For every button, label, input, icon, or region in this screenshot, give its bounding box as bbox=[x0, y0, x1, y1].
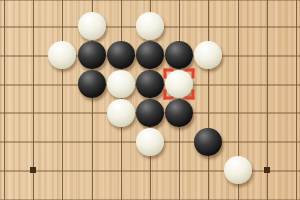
intersection-c4-r5[interactable] bbox=[106, 156, 135, 185]
black-stone bbox=[107, 41, 135, 69]
intersection-c8-r2[interactable] bbox=[223, 70, 252, 99]
intersection-c10-r3[interactable] bbox=[281, 98, 300, 127]
white-stone bbox=[136, 12, 164, 40]
black-stone bbox=[78, 70, 106, 98]
black-stone bbox=[194, 128, 222, 156]
intersection-c1-r6[interactable] bbox=[19, 185, 48, 200]
intersection-c9-r3[interactable] bbox=[252, 98, 281, 127]
intersection-c7-r2[interactable] bbox=[194, 70, 223, 99]
intersection-c0-r0[interactable] bbox=[0, 12, 19, 41]
intersection-c9-r2[interactable] bbox=[252, 70, 281, 99]
intersection-c9-r6[interactable] bbox=[252, 185, 281, 200]
intersection-c0-r6[interactable] bbox=[0, 185, 19, 200]
intersection-c8-r3[interactable] bbox=[223, 98, 252, 127]
black-stone bbox=[136, 99, 164, 127]
black-stone bbox=[136, 41, 164, 69]
intersection-c10-r1[interactable] bbox=[281, 41, 300, 70]
intersection-c6-r2[interactable] bbox=[165, 70, 194, 99]
white-stone bbox=[78, 12, 106, 40]
intersection-c2-r1[interactable] bbox=[48, 41, 77, 70]
intersection-c0-r5[interactable] bbox=[0, 156, 19, 185]
intersection-c7-r0[interactable] bbox=[194, 12, 223, 41]
intersection-c7-r5[interactable] bbox=[194, 156, 223, 185]
white-stone bbox=[107, 70, 135, 98]
intersection-c3-r3[interactable] bbox=[77, 98, 106, 127]
intersection-c6-r4[interactable] bbox=[165, 127, 194, 156]
intersection-c0-r1[interactable] bbox=[0, 41, 19, 70]
intersection-c8-r4[interactable] bbox=[223, 127, 252, 156]
intersection-c1-r5[interactable] bbox=[19, 156, 48, 185]
intersection-c2-r0[interactable] bbox=[48, 12, 77, 41]
intersection-c4-r2[interactable] bbox=[106, 70, 135, 99]
intersection-c5-r4[interactable] bbox=[135, 127, 164, 156]
intersection-c0-r4[interactable] bbox=[0, 127, 19, 156]
intersection-c4-r0[interactable] bbox=[106, 12, 135, 41]
intersection-c5-r6[interactable] bbox=[135, 185, 164, 200]
intersection-c10-r6[interactable] bbox=[281, 185, 300, 200]
star-point bbox=[264, 167, 270, 173]
intersection-c9-r5[interactable] bbox=[252, 156, 281, 185]
intersection-c1-r0[interactable] bbox=[19, 12, 48, 41]
intersection-c2-r3[interactable] bbox=[48, 98, 77, 127]
star-point bbox=[30, 167, 36, 173]
black-stone bbox=[78, 41, 106, 69]
intersection-c2-r6[interactable] bbox=[48, 185, 77, 200]
intersection-c0-r2[interactable] bbox=[0, 70, 19, 99]
white-stone bbox=[165, 70, 193, 98]
intersection-c4-r1[interactable] bbox=[106, 41, 135, 70]
intersection-c4-r3[interactable] bbox=[106, 98, 135, 127]
intersection-c10-r4[interactable] bbox=[281, 127, 300, 156]
intersection-c3-r4[interactable] bbox=[77, 127, 106, 156]
intersection-c1-r4[interactable] bbox=[19, 127, 48, 156]
intersection-c5-r2[interactable] bbox=[135, 70, 164, 99]
intersection-c8-r6[interactable] bbox=[223, 185, 252, 200]
intersection-c6-r0[interactable] bbox=[165, 12, 194, 41]
intersection-c10-r5[interactable] bbox=[281, 156, 300, 185]
intersection-c7-r6[interactable] bbox=[194, 185, 223, 200]
intersection-c3-r5[interactable] bbox=[77, 156, 106, 185]
white-stone bbox=[136, 128, 164, 156]
intersection-c8-r5[interactable] bbox=[223, 156, 252, 185]
intersection-c8-r1[interactable] bbox=[223, 41, 252, 70]
intersection-c9-r1[interactable] bbox=[252, 41, 281, 70]
intersection-c4-r4[interactable] bbox=[106, 127, 135, 156]
intersection-c3-r6[interactable] bbox=[77, 185, 106, 200]
black-stone bbox=[165, 41, 193, 69]
intersection-c2-r2[interactable] bbox=[48, 70, 77, 99]
white-stone bbox=[194, 41, 222, 69]
intersection-c0-r3[interactable] bbox=[0, 98, 19, 127]
intersection-c7-r4[interactable] bbox=[194, 127, 223, 156]
intersection-c5-r3[interactable] bbox=[135, 98, 164, 127]
intersection-c5-r0[interactable] bbox=[135, 12, 164, 41]
gomoku-board[interactable] bbox=[0, 0, 300, 200]
intersection-c2-r4[interactable] bbox=[48, 127, 77, 156]
intersection-c10-r2[interactable] bbox=[281, 70, 300, 99]
intersection-c3-r1[interactable] bbox=[77, 41, 106, 70]
intersection-c1-r1[interactable] bbox=[19, 41, 48, 70]
intersection-c8-r0[interactable] bbox=[223, 12, 252, 41]
intersection-c6-r3[interactable] bbox=[165, 98, 194, 127]
intersection-c7-r3[interactable] bbox=[194, 98, 223, 127]
intersection-c5-r5[interactable] bbox=[135, 156, 164, 185]
intersection-c4-r6[interactable] bbox=[106, 185, 135, 200]
white-stone bbox=[107, 99, 135, 127]
intersection-c6-r1[interactable] bbox=[165, 41, 194, 70]
intersection-c9-r4[interactable] bbox=[252, 127, 281, 156]
black-stone bbox=[165, 99, 193, 127]
intersection-c9-r0[interactable] bbox=[252, 12, 281, 41]
intersection-c3-r2[interactable] bbox=[77, 70, 106, 99]
intersection-c3-r0[interactable] bbox=[77, 12, 106, 41]
intersection-c6-r5[interactable] bbox=[165, 156, 194, 185]
board-grid bbox=[0, 12, 300, 200]
intersection-c5-r1[interactable] bbox=[135, 41, 164, 70]
black-stone bbox=[136, 70, 164, 98]
intersection-c10-r0[interactable] bbox=[281, 12, 300, 41]
intersection-c2-r5[interactable] bbox=[48, 156, 77, 185]
intersection-c7-r1[interactable] bbox=[194, 41, 223, 70]
intersection-c6-r6[interactable] bbox=[165, 185, 194, 200]
white-stone bbox=[48, 41, 76, 69]
intersection-c1-r3[interactable] bbox=[19, 98, 48, 127]
intersection-c1-r2[interactable] bbox=[19, 70, 48, 99]
white-stone bbox=[224, 156, 252, 184]
